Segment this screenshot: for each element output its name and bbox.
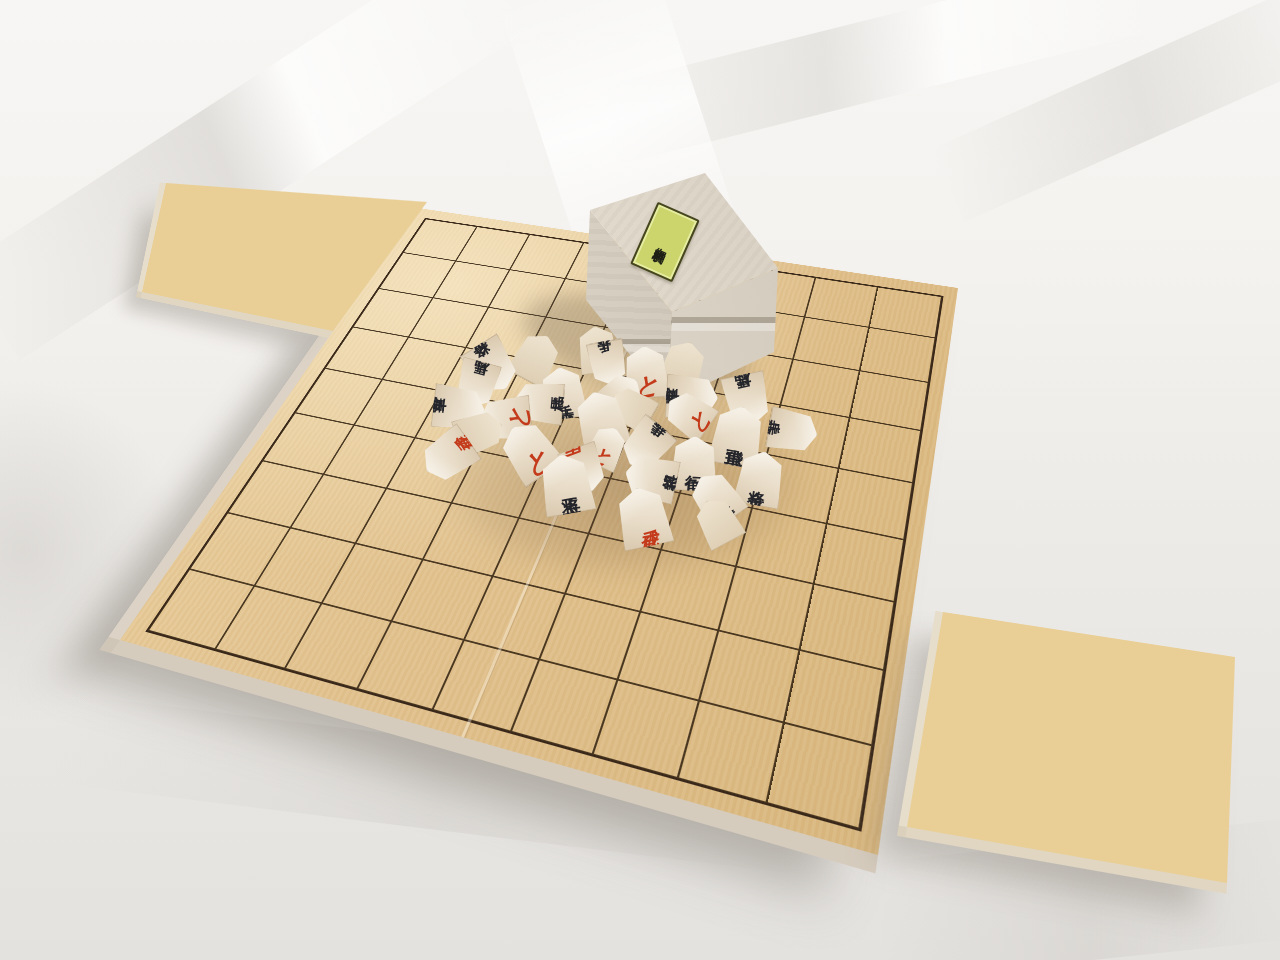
piece-kanji: 桂馬 (538, 395, 539, 410)
pieces-pile: 歩兵金将と桂馬歩兵王将香車桂馬桂馬香車とと銀将歩兵飛車歩兵とと成香角行馬銀将金将… (0, 0, 1280, 960)
piece-kanji: 桂馬 (739, 398, 755, 401)
piece-kanji: 飛車 (728, 434, 746, 437)
piece-kanji: 銀将 (592, 418, 609, 423)
piece-kanji: 歩兵 (792, 424, 795, 439)
piece-kanji: 玉将 (557, 482, 575, 485)
piece-kanji: 金将 (752, 477, 769, 480)
piece-kanji: と (510, 431, 548, 470)
piece-kanji: 桂馬 (470, 382, 484, 386)
photo-scene: 御将棋駒 歩兵金将と桂馬歩兵王将香車桂馬桂馬香車とと銀将歩兵飛車歩兵とと成香角行… (0, 0, 1280, 960)
shogi-piece: 歩兵 (765, 406, 821, 456)
piece-kanji: と (673, 398, 705, 429)
piece-kanji: 成香 (634, 515, 652, 519)
piece-kanji: 銀将 (649, 470, 652, 486)
piece-kanji: と (633, 358, 659, 386)
piece-kanji: 香車 (458, 400, 460, 416)
piece-kanji: 成香 (443, 449, 452, 462)
piece-kanji: 歩兵 (640, 441, 652, 451)
piece-kanji: 歩兵 (601, 362, 614, 364)
piece-kanji: 角行 (686, 463, 703, 464)
